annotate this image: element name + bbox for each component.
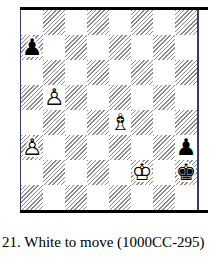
white-pawn-b5: ♟♙	[43, 85, 65, 110]
square-g8	[153, 10, 175, 35]
square-f2: ♚♔	[131, 160, 153, 185]
white-king-f2: ♚♔	[131, 160, 153, 185]
square-g6	[153, 60, 175, 85]
square-f3	[131, 135, 153, 160]
square-a1	[21, 185, 43, 210]
square-e5	[109, 85, 131, 110]
square-a4	[21, 110, 43, 135]
square-e1	[109, 185, 131, 210]
square-a3: ♟♙	[21, 135, 43, 160]
square-d3	[87, 135, 109, 160]
black-king-h2: ♚♚	[175, 160, 197, 185]
square-h1	[175, 185, 197, 210]
square-e2	[109, 160, 131, 185]
square-h8	[175, 10, 197, 35]
board-bottom-border	[20, 210, 208, 213]
square-d1	[87, 185, 109, 210]
square-b6	[43, 60, 65, 85]
square-f4	[131, 110, 153, 135]
square-f6	[131, 60, 153, 85]
square-b4	[43, 110, 65, 135]
square-d2	[87, 160, 109, 185]
black-pawn-icon: ♟	[21, 35, 43, 60]
square-h2: ♚♚	[175, 160, 197, 185]
black-king-icon: ♚	[175, 160, 197, 185]
square-b2	[43, 160, 65, 185]
square-h7	[175, 35, 197, 60]
square-e4: ♝♗	[109, 110, 131, 135]
square-b8	[43, 10, 65, 35]
square-c4	[65, 110, 87, 135]
square-e7	[109, 35, 131, 60]
white-bishop-e4: ♝♗	[109, 110, 131, 135]
white-king-icon: ♔	[131, 160, 153, 185]
square-g4	[153, 110, 175, 135]
square-f8	[131, 10, 153, 35]
square-d4	[87, 110, 109, 135]
square-c1	[65, 185, 87, 210]
black-pawn-h3: ♟♟	[175, 135, 197, 160]
white-pawn-icon: ♙	[21, 135, 43, 160]
square-b1	[43, 185, 65, 210]
square-d6	[87, 60, 109, 85]
square-h3: ♟♟	[175, 135, 197, 160]
square-h6	[175, 60, 197, 85]
square-f7	[131, 35, 153, 60]
black-pawn-a7: ♟♟	[21, 35, 43, 60]
white-bishop-icon: ♗	[109, 110, 131, 135]
square-c7	[65, 35, 87, 60]
square-a7: ♟♟	[21, 35, 43, 60]
square-a2	[21, 160, 43, 185]
square-f1	[131, 185, 153, 210]
square-b7	[43, 35, 65, 60]
square-c2	[65, 160, 87, 185]
white-pawn-a3: ♟♙	[21, 135, 43, 160]
black-pawn-icon: ♟	[175, 135, 197, 160]
square-g7	[153, 35, 175, 60]
square-c3	[65, 135, 87, 160]
square-g5	[153, 85, 175, 110]
square-h5	[175, 85, 197, 110]
white-pawn-icon: ♙	[43, 85, 65, 110]
square-g2	[153, 160, 175, 185]
chess-diagram-page: ♟♟♟♙♝♗♟♙♟♟♚♔♚♚ 21. White to move (1000CC…	[0, 0, 209, 259]
square-b5: ♟♙	[43, 85, 65, 110]
square-a6	[21, 60, 43, 85]
square-g3	[153, 135, 175, 160]
square-g1	[153, 185, 175, 210]
square-h4	[175, 110, 197, 135]
square-e6	[109, 60, 131, 85]
square-c6	[65, 60, 87, 85]
square-c5	[65, 85, 87, 110]
square-d8	[87, 10, 109, 35]
square-c8	[65, 10, 87, 35]
square-e8	[109, 10, 131, 35]
square-b3	[43, 135, 65, 160]
square-d5	[87, 85, 109, 110]
square-e3	[109, 135, 131, 160]
diagram-caption: 21. White to move (1000CC-295)	[2, 234, 209, 251]
square-a8	[21, 10, 43, 35]
square-f5	[131, 85, 153, 110]
square-a5	[21, 85, 43, 110]
square-d7	[87, 35, 109, 60]
chess-board: ♟♟♟♙♝♗♟♙♟♟♚♔♚♚	[20, 10, 199, 210]
